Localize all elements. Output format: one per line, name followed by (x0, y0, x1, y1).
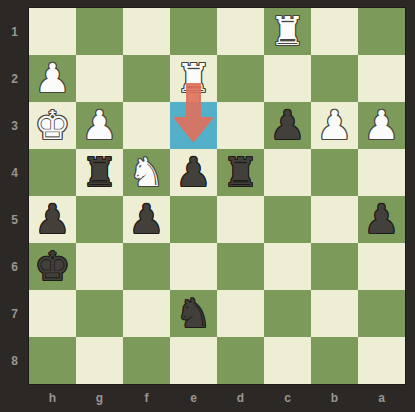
piece-black-pawn-h5[interactable]: ♟ (29, 196, 76, 243)
square-c7[interactable] (264, 290, 311, 337)
square-a8[interactable] (358, 337, 405, 384)
chess-board[interactable]: ♜♟♜♚♟♟♟♟♜♞♟♜♟♟♟♚♞ (29, 8, 405, 384)
square-g1[interactable] (76, 8, 123, 55)
piece-white-pawn-h2[interactable]: ♟ (29, 55, 76, 102)
piece-white-rook-c1[interactable]: ♜ (264, 8, 311, 55)
square-e7[interactable]: ♞ (170, 290, 217, 337)
square-a5[interactable]: ♟ (358, 196, 405, 243)
square-d6[interactable] (217, 243, 264, 290)
square-d4[interactable]: ♜ (217, 149, 264, 196)
square-d8[interactable] (217, 337, 264, 384)
square-a4[interactable] (358, 149, 405, 196)
piece-black-pawn-c3[interactable]: ♟ (264, 102, 311, 149)
square-g7[interactable] (76, 290, 123, 337)
square-d3[interactable] (217, 102, 264, 149)
square-d1[interactable] (217, 8, 264, 55)
piece-white-pawn-b3[interactable]: ♟ (311, 102, 358, 149)
piece-black-rook-d4[interactable]: ♜ (217, 149, 264, 196)
square-h5[interactable]: ♟ (29, 196, 76, 243)
piece-black-knight-e7[interactable]: ♞ (170, 290, 217, 337)
piece-black-king-h6[interactable]: ♚ (29, 243, 76, 290)
square-b2[interactable] (311, 55, 358, 102)
file-label-d: d (217, 384, 264, 412)
square-c8[interactable] (264, 337, 311, 384)
square-d5[interactable] (217, 196, 264, 243)
square-g4[interactable]: ♜ (76, 149, 123, 196)
chess-board-panel: 12345678 ♜♟♜♚♟♟♟♟♜♞♟♜♟♟♟♚♞ hgfedcba (0, 0, 415, 412)
square-c6[interactable] (264, 243, 311, 290)
square-f4[interactable]: ♞ (123, 149, 170, 196)
square-b8[interactable] (311, 337, 358, 384)
square-f1[interactable] (123, 8, 170, 55)
file-label-g: g (76, 384, 123, 412)
square-a6[interactable] (358, 243, 405, 290)
file-labels: hgfedcba (29, 384, 405, 412)
piece-black-pawn-e4[interactable]: ♟ (170, 149, 217, 196)
square-b6[interactable] (311, 243, 358, 290)
rank-label-4: 4 (0, 149, 29, 196)
square-f3[interactable] (123, 102, 170, 149)
square-f6[interactable] (123, 243, 170, 290)
square-a3[interactable]: ♟ (358, 102, 405, 149)
square-g8[interactable] (76, 337, 123, 384)
square-e1[interactable] (170, 8, 217, 55)
square-d7[interactable] (217, 290, 264, 337)
square-c2[interactable] (264, 55, 311, 102)
square-e8[interactable] (170, 337, 217, 384)
piece-black-pawn-a5[interactable]: ♟ (358, 196, 405, 243)
piece-white-rook-e2[interactable]: ♜ (170, 55, 217, 102)
piece-white-knight-f4[interactable]: ♞ (123, 149, 170, 196)
rank-label-5: 5 (0, 196, 29, 243)
square-c5[interactable] (264, 196, 311, 243)
square-h6[interactable]: ♚ (29, 243, 76, 290)
square-f5[interactable]: ♟ (123, 196, 170, 243)
square-d2[interactable] (217, 55, 264, 102)
square-b1[interactable] (311, 8, 358, 55)
piece-black-pawn-f5[interactable]: ♟ (123, 196, 170, 243)
piece-black-rook-g4[interactable]: ♜ (76, 149, 123, 196)
square-c4[interactable] (264, 149, 311, 196)
rank-label-3: 3 (0, 102, 29, 149)
piece-white-king-h3[interactable]: ♚ (29, 102, 76, 149)
square-h2[interactable]: ♟ (29, 55, 76, 102)
square-h1[interactable] (29, 8, 76, 55)
rank-labels: 12345678 (0, 8, 29, 384)
file-label-f: f (123, 384, 170, 412)
square-h7[interactable] (29, 290, 76, 337)
square-e3[interactable] (170, 102, 217, 149)
square-e4[interactable]: ♟ (170, 149, 217, 196)
rank-label-8: 8 (0, 337, 29, 384)
rank-label-1: 1 (0, 8, 29, 55)
piece-white-pawn-g3[interactable]: ♟ (76, 102, 123, 149)
file-label-h: h (29, 384, 76, 412)
square-e6[interactable] (170, 243, 217, 290)
file-label-b: b (311, 384, 358, 412)
square-f2[interactable] (123, 55, 170, 102)
square-b4[interactable] (311, 149, 358, 196)
file-label-e: e (170, 384, 217, 412)
piece-white-pawn-a3[interactable]: ♟ (358, 102, 405, 149)
square-h3[interactable]: ♚ (29, 102, 76, 149)
square-f8[interactable] (123, 337, 170, 384)
square-b3[interactable]: ♟ (311, 102, 358, 149)
square-a7[interactable] (358, 290, 405, 337)
square-a1[interactable] (358, 8, 405, 55)
square-h4[interactable] (29, 149, 76, 196)
rank-label-7: 7 (0, 290, 29, 337)
square-e2[interactable]: ♜ (170, 55, 217, 102)
square-b7[interactable] (311, 290, 358, 337)
file-label-a: a (358, 384, 405, 412)
square-g2[interactable] (76, 55, 123, 102)
file-label-c: c (264, 384, 311, 412)
rank-label-6: 6 (0, 243, 29, 290)
square-e5[interactable] (170, 196, 217, 243)
square-a2[interactable] (358, 55, 405, 102)
square-b5[interactable] (311, 196, 358, 243)
square-f7[interactable] (123, 290, 170, 337)
square-h8[interactable] (29, 337, 76, 384)
rank-label-2: 2 (0, 55, 29, 102)
square-c3[interactable]: ♟ (264, 102, 311, 149)
square-g3[interactable]: ♟ (76, 102, 123, 149)
square-c1[interactable]: ♜ (264, 8, 311, 55)
square-g6[interactable] (76, 243, 123, 290)
square-g5[interactable] (76, 196, 123, 243)
